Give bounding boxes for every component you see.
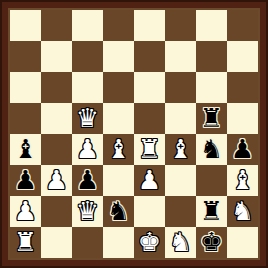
- square-c2[interactable]: ♛: [72, 196, 103, 227]
- square-f5[interactable]: [165, 103, 196, 134]
- square-h4[interactable]: ♟: [227, 134, 258, 165]
- square-h6[interactable]: [227, 72, 258, 103]
- square-e5[interactable]: [134, 103, 165, 134]
- square-a1[interactable]: ♜: [10, 227, 41, 258]
- square-h5[interactable]: [227, 103, 258, 134]
- square-h7[interactable]: [227, 41, 258, 72]
- piece-white-queen[interactable]: ♛: [76, 103, 99, 134]
- piece-white-pawn[interactable]: ♟: [45, 165, 68, 196]
- square-e1[interactable]: ♚: [134, 227, 165, 258]
- square-e2[interactable]: [134, 196, 165, 227]
- piece-black-bishop[interactable]: ♝: [14, 134, 37, 165]
- square-e3[interactable]: ♟: [134, 165, 165, 196]
- piece-white-rook[interactable]: ♜: [138, 134, 161, 165]
- square-f4[interactable]: ♝: [165, 134, 196, 165]
- square-c7[interactable]: [72, 41, 103, 72]
- square-b7[interactable]: [41, 41, 72, 72]
- square-g4[interactable]: ♞: [196, 134, 227, 165]
- piece-white-king[interactable]: ♚: [138, 227, 161, 258]
- square-h8[interactable]: [227, 10, 258, 41]
- square-f7[interactable]: [165, 41, 196, 72]
- square-g2[interactable]: ♜: [196, 196, 227, 227]
- piece-black-rook[interactable]: ♜: [200, 196, 223, 227]
- square-c5[interactable]: ♛: [72, 103, 103, 134]
- square-h1[interactable]: [227, 227, 258, 258]
- square-a8[interactable]: [10, 10, 41, 41]
- square-d6[interactable]: [103, 72, 134, 103]
- square-g6[interactable]: [196, 72, 227, 103]
- square-g5[interactable]: ♜: [196, 103, 227, 134]
- square-c4[interactable]: ♟: [72, 134, 103, 165]
- square-g8[interactable]: [196, 10, 227, 41]
- piece-white-knight[interactable]: ♞: [169, 227, 192, 258]
- square-a4[interactable]: ♝: [10, 134, 41, 165]
- chess-board: ♛♜♝♟♝♜♝♞♟♟♟♟♟♝♟♛♞♜♞♜♚♞♚: [8, 8, 260, 260]
- square-a2[interactable]: ♟: [10, 196, 41, 227]
- square-a3[interactable]: ♟: [10, 165, 41, 196]
- piece-white-rook[interactable]: ♜: [14, 227, 37, 258]
- piece-white-bishop[interactable]: ♝: [107, 134, 130, 165]
- square-e4[interactable]: ♜: [134, 134, 165, 165]
- square-e6[interactable]: [134, 72, 165, 103]
- piece-white-pawn[interactable]: ♟: [76, 134, 99, 165]
- square-g1[interactable]: ♚: [196, 227, 227, 258]
- square-d3[interactable]: [103, 165, 134, 196]
- square-f3[interactable]: [165, 165, 196, 196]
- square-b2[interactable]: [41, 196, 72, 227]
- square-f6[interactable]: [165, 72, 196, 103]
- square-f2[interactable]: [165, 196, 196, 227]
- square-e8[interactable]: [134, 10, 165, 41]
- square-c6[interactable]: [72, 72, 103, 103]
- square-f1[interactable]: ♞: [165, 227, 196, 258]
- square-c3[interactable]: ♟: [72, 165, 103, 196]
- piece-white-knight[interactable]: ♞: [231, 196, 254, 227]
- piece-white-queen[interactable]: ♛: [76, 196, 99, 227]
- piece-black-pawn[interactable]: ♟: [14, 165, 37, 196]
- chess-board-frame: ♛♜♝♟♝♜♝♞♟♟♟♟♟♝♟♛♞♜♞♜♚♞♚: [0, 0, 268, 268]
- square-b6[interactable]: [41, 72, 72, 103]
- square-f8[interactable]: [165, 10, 196, 41]
- square-a7[interactable]: [10, 41, 41, 72]
- square-h3[interactable]: ♝: [227, 165, 258, 196]
- piece-white-bishop[interactable]: ♝: [169, 134, 192, 165]
- square-d8[interactable]: [103, 10, 134, 41]
- square-c1[interactable]: [72, 227, 103, 258]
- square-b5[interactable]: [41, 103, 72, 134]
- square-b4[interactable]: [41, 134, 72, 165]
- piece-black-pawn[interactable]: ♟: [76, 165, 99, 196]
- square-a6[interactable]: [10, 72, 41, 103]
- piece-black-knight[interactable]: ♞: [107, 196, 130, 227]
- piece-black-pawn[interactable]: ♟: [231, 134, 254, 165]
- piece-white-pawn[interactable]: ♟: [138, 165, 161, 196]
- piece-black-king[interactable]: ♚: [200, 227, 223, 258]
- square-h2[interactable]: ♞: [227, 196, 258, 227]
- square-g3[interactable]: [196, 165, 227, 196]
- square-e7[interactable]: [134, 41, 165, 72]
- square-b3[interactable]: ♟: [41, 165, 72, 196]
- square-b8[interactable]: [41, 10, 72, 41]
- square-d5[interactable]: [103, 103, 134, 134]
- piece-black-knight[interactable]: ♞: [200, 134, 223, 165]
- square-c8[interactable]: [72, 10, 103, 41]
- square-g7[interactable]: [196, 41, 227, 72]
- square-d4[interactable]: ♝: [103, 134, 134, 165]
- square-a5[interactable]: [10, 103, 41, 134]
- piece-black-rook[interactable]: ♜: [200, 103, 223, 134]
- piece-white-bishop[interactable]: ♝: [231, 165, 254, 196]
- square-d2[interactable]: ♞: [103, 196, 134, 227]
- square-b1[interactable]: [41, 227, 72, 258]
- square-d1[interactable]: [103, 227, 134, 258]
- piece-white-pawn[interactable]: ♟: [14, 196, 37, 227]
- square-d7[interactable]: [103, 41, 134, 72]
